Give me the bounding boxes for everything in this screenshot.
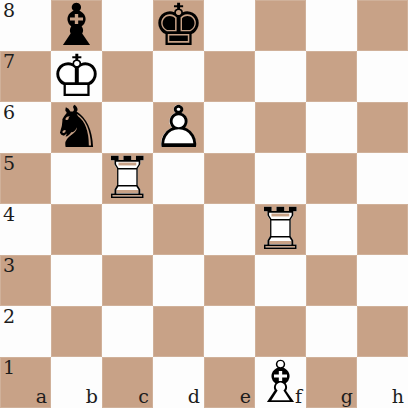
square-b6[interactable]: ♞ [51,102,102,153]
rank-label-5: 5 [3,154,15,173]
white-rook-icon: ♖ [255,204,306,255]
square-a5[interactable]: 5 [0,153,51,204]
square-h7[interactable] [357,51,408,102]
piece-white-rook[interactable]: ♜♖ [102,153,153,204]
square-c5[interactable]: ♜♖ [102,153,153,204]
white-bishop-icon: ♗ [255,357,306,408]
black-knight-icon: ♞ [51,102,102,153]
rank-label-6: 6 [3,103,15,122]
square-f6[interactable] [255,102,306,153]
square-g2[interactable] [306,306,357,357]
square-g5[interactable] [306,153,357,204]
square-e8[interactable] [204,0,255,51]
square-e5[interactable] [204,153,255,204]
file-label-d: d [188,387,200,406]
square-b3[interactable] [51,255,102,306]
piece-white-pawn[interactable]: ♟♙ [153,102,204,153]
square-f7[interactable] [255,51,306,102]
square-h1[interactable]: h [357,357,408,408]
rank-label-7: 7 [3,52,15,71]
chess-board: 8♝♚7♚♔6♞♟♙5♜♖4♜♖321abcdef♝♗gh [0,0,408,408]
square-a7[interactable]: 7 [0,51,51,102]
square-d2[interactable] [153,306,204,357]
square-g4[interactable] [306,204,357,255]
rank-label-3: 3 [3,256,15,275]
rank-label-8: 8 [3,1,15,20]
file-label-g: g [341,387,353,406]
square-c3[interactable] [102,255,153,306]
square-h5[interactable] [357,153,408,204]
rank-label-4: 4 [3,205,15,224]
square-e7[interactable] [204,51,255,102]
file-label-b: b [86,387,98,406]
rank-label-2: 2 [3,307,15,326]
square-d3[interactable] [153,255,204,306]
file-label-c: c [138,387,149,406]
square-h4[interactable] [357,204,408,255]
square-e6[interactable] [204,102,255,153]
square-a3[interactable]: 3 [0,255,51,306]
rank-label-1: 1 [3,358,15,377]
black-king-icon: ♚ [153,0,204,51]
square-b1[interactable]: b [51,357,102,408]
square-a6[interactable]: 6 [0,102,51,153]
square-a1[interactable]: 1a [0,357,51,408]
piece-white-rook[interactable]: ♜♖ [255,204,306,255]
square-f8[interactable] [255,0,306,51]
white-pawn-icon: ♙ [153,102,204,153]
square-e2[interactable] [204,306,255,357]
square-a8[interactable]: 8 [0,0,51,51]
piece-black-knight[interactable]: ♞ [51,102,102,153]
square-g7[interactable] [306,51,357,102]
square-d1[interactable]: d [153,357,204,408]
square-a4[interactable]: 4 [0,204,51,255]
square-c7[interactable] [102,51,153,102]
piece-black-king[interactable]: ♚ [153,0,204,51]
square-e3[interactable] [204,255,255,306]
square-h3[interactable] [357,255,408,306]
square-h8[interactable] [357,0,408,51]
square-d8[interactable]: ♚ [153,0,204,51]
square-g8[interactable] [306,0,357,51]
square-c1[interactable]: c [102,357,153,408]
square-h2[interactable] [357,306,408,357]
square-g3[interactable] [306,255,357,306]
square-c2[interactable] [102,306,153,357]
square-b4[interactable] [51,204,102,255]
square-f4[interactable]: ♜♖ [255,204,306,255]
square-d4[interactable] [153,204,204,255]
square-h6[interactable] [357,102,408,153]
square-b2[interactable] [51,306,102,357]
square-a2[interactable]: 2 [0,306,51,357]
file-label-h: h [392,387,404,406]
square-c8[interactable] [102,0,153,51]
piece-white-bishop[interactable]: ♝♗ [255,357,306,408]
square-e4[interactable] [204,204,255,255]
square-g6[interactable] [306,102,357,153]
file-label-e: e [240,387,251,406]
file-label-a: a [36,387,47,406]
square-g1[interactable]: g [306,357,357,408]
square-e1[interactable]: e [204,357,255,408]
square-d6[interactable]: ♟♙ [153,102,204,153]
white-rook-icon: ♖ [102,153,153,204]
square-f1[interactable]: f♝♗ [255,357,306,408]
